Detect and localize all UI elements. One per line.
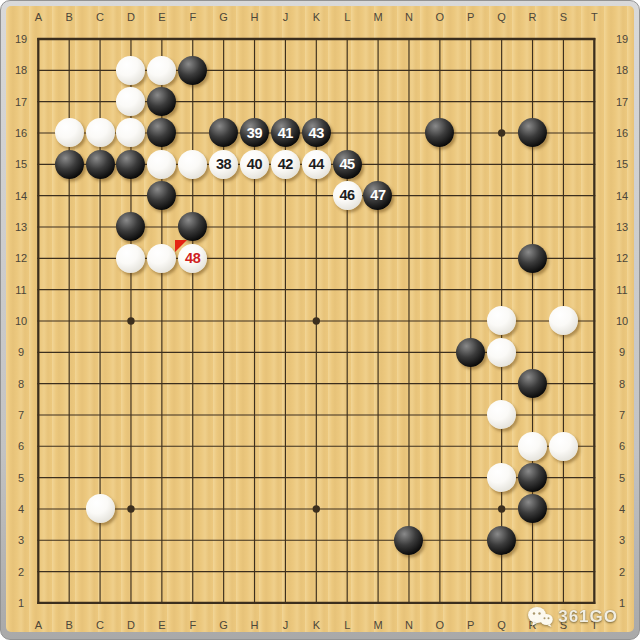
col-label: M (373, 11, 382, 23)
col-label: E (158, 619, 165, 631)
white-stone-C4 (86, 494, 115, 523)
move-number: 41 (278, 126, 293, 141)
move-number: 43 (309, 126, 324, 141)
black-stone-M14: 47 (363, 181, 392, 210)
col-label: D (127, 11, 135, 23)
go-board: ABCDEFGHJKLMNOPQRST ABCDEFGHJKLMNOPQRST … (6, 6, 634, 632)
black-stone-O16 (425, 118, 454, 147)
move-number: 45 (339, 157, 354, 172)
black-stone-C15 (86, 150, 115, 179)
col-label: Q (497, 619, 506, 631)
col-label: S (560, 11, 567, 23)
col-label: G (219, 619, 228, 631)
white-stone-E18 (147, 56, 176, 85)
col-label: M (373, 619, 382, 631)
move-number: 40 (247, 157, 262, 172)
row-label: 19 (616, 33, 628, 45)
move-number: 48 (185, 251, 200, 266)
white-stone-Q9 (487, 338, 516, 367)
row-label: 4 (619, 503, 625, 515)
col-label: S (560, 619, 567, 631)
black-stone-F18 (178, 56, 207, 85)
col-label: T (591, 11, 598, 23)
white-stone-Q7 (487, 400, 516, 429)
black-stone-E14 (147, 181, 176, 210)
black-stone-D13 (116, 212, 145, 241)
black-stone-J16: 41 (271, 118, 300, 147)
col-label: C (96, 619, 104, 631)
row-label: 1 (619, 597, 625, 609)
white-stone-H15: 40 (240, 150, 269, 179)
col-label: R (529, 619, 537, 631)
row-label: 15 (616, 158, 628, 170)
black-stone-E16 (147, 118, 176, 147)
black-stone-G16 (209, 118, 238, 147)
white-stone-E15 (147, 150, 176, 179)
col-label: J (283, 619, 289, 631)
last-move-marker-icon (175, 240, 187, 252)
row-label: 11 (616, 284, 627, 296)
move-number: 44 (309, 157, 324, 172)
row-label: 12 (616, 252, 628, 264)
white-stone-D16 (116, 118, 145, 147)
black-stone-E17 (147, 87, 176, 116)
col-label: J (283, 11, 289, 23)
row-label: 2 (619, 566, 625, 578)
col-label: F (189, 619, 196, 631)
white-stone-K15: 44 (302, 150, 331, 179)
row-label: 3 (619, 534, 625, 546)
black-stone-H16: 39 (240, 118, 269, 147)
white-stone-D18 (116, 56, 145, 85)
row-label: 17 (616, 96, 628, 108)
move-number: 47 (370, 188, 385, 203)
col-label: T (591, 619, 598, 631)
col-label: L (344, 11, 350, 23)
white-stone-D12 (116, 244, 145, 273)
black-stone-R8 (518, 369, 547, 398)
col-label: Q (497, 11, 506, 23)
col-label: B (66, 11, 73, 23)
col-label: A (35, 11, 42, 23)
black-stone-B15 (55, 150, 84, 179)
col-label: P (467, 619, 474, 631)
board-intersections: 3941433840424445464748 (23, 23, 610, 618)
col-label: N (405, 11, 413, 23)
row-label: 7 (619, 409, 625, 421)
black-stone-Q3 (487, 526, 516, 555)
white-stone-D17 (116, 87, 145, 116)
col-label: H (251, 619, 259, 631)
white-stone-Q5 (487, 463, 516, 492)
col-label: A (35, 619, 42, 631)
row-label: 13 (616, 221, 628, 233)
white-stone-R6 (518, 432, 547, 461)
col-label: D (127, 619, 135, 631)
black-stone-R5 (518, 463, 547, 492)
col-label: H (251, 11, 259, 23)
black-stone-R16 (518, 118, 547, 147)
black-stone-K16: 43 (302, 118, 331, 147)
go-diagram: ABCDEFGHJKLMNOPQRST ABCDEFGHJKLMNOPQRST … (0, 0, 640, 640)
white-stone-E12 (147, 244, 176, 273)
row-label: 6 (619, 440, 625, 452)
col-label: O (436, 619, 445, 631)
col-label: L (344, 619, 350, 631)
col-label: B (66, 619, 73, 631)
move-number: 38 (216, 157, 231, 172)
col-label: E (158, 11, 165, 23)
white-stone-S6 (549, 432, 578, 461)
black-stone-N3 (394, 526, 423, 555)
black-stone-D15 (116, 150, 145, 179)
white-stone-F15 (178, 150, 207, 179)
black-stone-P9 (456, 338, 485, 367)
black-stone-R12 (518, 244, 547, 273)
col-label: K (313, 619, 320, 631)
white-stone-Q10 (487, 306, 516, 335)
row-label: 9 (619, 346, 625, 358)
row-label: 8 (619, 378, 625, 390)
white-stone-L14: 46 (333, 181, 362, 210)
col-label: O (436, 11, 445, 23)
move-number: 42 (278, 157, 293, 172)
white-stone-J15: 42 (271, 150, 300, 179)
white-stone-F12: 48 (178, 244, 207, 273)
black-stone-F13 (178, 212, 207, 241)
row-label: 5 (619, 472, 625, 484)
col-label: F (189, 11, 196, 23)
col-label: R (529, 11, 537, 23)
col-label: K (313, 11, 320, 23)
white-stone-S10 (549, 306, 578, 335)
move-number: 39 (247, 126, 262, 141)
row-label: 16 (616, 127, 628, 139)
row-label: 14 (616, 190, 628, 202)
move-number: 46 (339, 188, 354, 203)
col-label: P (467, 11, 474, 23)
col-label: N (405, 619, 413, 631)
white-stone-G15: 38 (209, 150, 238, 179)
white-stone-B16 (55, 118, 84, 147)
black-stone-L15: 45 (333, 150, 362, 179)
row-label: 10 (616, 315, 628, 327)
white-stone-C16 (86, 118, 115, 147)
col-label: C (96, 11, 104, 23)
row-label: 18 (616, 64, 628, 76)
col-label: G (219, 11, 228, 23)
black-stone-R4 (518, 494, 547, 523)
